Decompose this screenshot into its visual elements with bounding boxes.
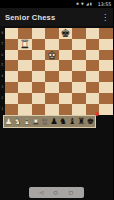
square-h4[interactable] — [99, 71, 113, 82]
square-g8[interactable] — [86, 28, 100, 39]
square-d2[interactable] — [45, 93, 59, 104]
rank-label-7: 7 — [1, 41, 3, 47]
square-h7[interactable] — [99, 39, 113, 50]
black-bishop-icon: ♝ — [68, 117, 76, 126]
notification-dot — [95, 112, 100, 117]
square-f2[interactable] — [72, 93, 86, 104]
square-f1[interactable] — [72, 104, 86, 115]
rank-label-1: 1 — [1, 106, 3, 112]
square-c3[interactable] — [32, 82, 46, 93]
status-time: 13:55 — [98, 2, 111, 7]
square-d3[interactable] — [45, 82, 59, 93]
square-a4[interactable] — [5, 71, 19, 82]
square-b3[interactable] — [18, 82, 32, 93]
tray-slot-black-king[interactable]: ♚ — [86, 117, 95, 126]
white-king[interactable]: ♚ — [47, 50, 57, 60]
square-a6[interactable] — [5, 50, 19, 61]
square-e7[interactable] — [59, 39, 73, 50]
square-h2[interactable] — [99, 93, 113, 104]
square-e6[interactable] — [59, 50, 73, 61]
piece-tray[interactable]: ♟♞♝♜♛♟♞♝♜♚ — [3, 115, 96, 128]
rank-label-3: 3 — [1, 84, 3, 90]
square-f8[interactable] — [72, 28, 86, 39]
square-a3[interactable] — [5, 82, 19, 93]
app-screen: ✱▼◢▮ 13:55 Senior Chess ⋮ 87654321 ♚♜♚ ♟… — [0, 0, 113, 200]
square-f4[interactable] — [72, 71, 86, 82]
tray-slot-black-rook[interactable]: ♜ — [77, 117, 86, 126]
square-g5[interactable] — [86, 60, 100, 71]
square-f3[interactable] — [72, 82, 86, 93]
square-e4[interactable] — [59, 71, 73, 82]
square-b2[interactable] — [18, 93, 32, 104]
tray-slot-white-pawn[interactable]: ♟ — [4, 117, 13, 126]
square-d8[interactable] — [45, 28, 59, 39]
square-g7[interactable] — [86, 39, 100, 50]
square-a5[interactable] — [5, 60, 19, 71]
square-g3[interactable] — [86, 82, 100, 93]
square-e5[interactable] — [59, 60, 73, 71]
white-bishop-icon: ♝ — [23, 117, 31, 126]
rank-label-8: 8 — [1, 30, 3, 36]
white-pawn-icon: ♟ — [5, 117, 13, 126]
tray-slot-white-rook[interactable]: ♜ — [31, 117, 40, 126]
battery-icon: ▮ — [90, 2, 92, 6]
square-d5[interactable] — [45, 60, 59, 71]
square-b4[interactable] — [18, 71, 32, 82]
tray-slot-white-bishop[interactable]: ♝ — [22, 117, 31, 126]
square-g4[interactable] — [86, 71, 100, 82]
square-d1[interactable] — [45, 104, 59, 115]
white-knight-icon: ♞ — [14, 117, 22, 126]
white-rook-icon: ♜ — [32, 117, 40, 126]
square-c6[interactable] — [32, 50, 46, 61]
square-a1[interactable] — [5, 104, 19, 115]
tray-slot-black-knight[interactable]: ♞ — [59, 117, 68, 126]
board[interactable]: ♚♜♚ — [5, 28, 114, 115]
wifi-icon: ▼ — [81, 2, 84, 6]
square-h5[interactable] — [99, 60, 113, 71]
tray-slot-white-knight[interactable]: ♞ — [13, 117, 22, 126]
square-f5[interactable] — [72, 60, 86, 71]
square-c7[interactable] — [32, 39, 46, 50]
square-a7[interactable] — [5, 39, 19, 50]
tray-slot-black-pawn[interactable]: ♟ — [49, 117, 58, 126]
square-b6[interactable] — [18, 50, 32, 61]
black-king-icon: ♚ — [87, 117, 95, 126]
square-b5[interactable] — [18, 60, 32, 71]
square-b7[interactable]: ♜ — [18, 39, 32, 50]
square-d4[interactable] — [45, 71, 59, 82]
square-h6[interactable] — [99, 50, 113, 61]
recents-icon[interactable]: ▢ — [69, 190, 74, 195]
status-bar: ✱▼◢▮ 13:55 — [0, 0, 113, 8]
square-c2[interactable] — [32, 93, 46, 104]
square-d7[interactable] — [45, 39, 59, 50]
rank-label-6: 6 — [1, 52, 3, 58]
square-a2[interactable] — [5, 93, 19, 104]
square-e8[interactable]: ♚ — [59, 28, 73, 39]
black-king[interactable]: ♚ — [61, 28, 71, 38]
square-c4[interactable] — [32, 71, 46, 82]
square-c5[interactable] — [32, 60, 46, 71]
home-icon[interactable]: ○ — [54, 190, 58, 195]
signal-icon: ◢ — [86, 2, 89, 6]
square-b1[interactable] — [18, 104, 32, 115]
square-c1[interactable] — [32, 104, 46, 115]
rank-label-2: 2 — [1, 95, 3, 101]
square-h8[interactable] — [99, 28, 113, 39]
rank-label-4: 4 — [1, 74, 3, 80]
square-f7[interactable] — [72, 39, 86, 50]
alert-icon: ✱ — [76, 2, 79, 6]
square-f6[interactable] — [72, 50, 86, 61]
black-rook-icon: ♜ — [77, 117, 85, 126]
tray-slot-white-queen[interactable]: ♛ — [40, 117, 49, 126]
white-queen-icon: ♛ — [41, 117, 49, 126]
tray-slot-black-bishop[interactable]: ♝ — [68, 117, 77, 126]
square-h1[interactable] — [99, 104, 113, 115]
square-d6[interactable]: ♚ — [45, 50, 59, 61]
square-g2[interactable] — [86, 93, 100, 104]
black-pawn-icon: ♟ — [50, 117, 58, 126]
square-h3[interactable] — [99, 82, 113, 93]
square-e1[interactable] — [59, 104, 73, 115]
overflow-menu-icon[interactable]: ⋮ — [99, 8, 111, 26]
square-e2[interactable] — [59, 93, 73, 104]
square-e3[interactable] — [59, 82, 73, 93]
black-knight-icon: ♞ — [59, 117, 67, 126]
square-g6[interactable] — [86, 50, 100, 61]
square-c8[interactable] — [32, 28, 46, 39]
app-title: Senior Chess — [0, 13, 55, 22]
app-bar: Senior Chess ⋮ — [0, 8, 113, 26]
back-icon[interactable]: ◁ — [39, 190, 43, 195]
white-rook[interactable]: ♜ — [20, 39, 30, 49]
android-nav-bar[interactable]: ◁○▢ — [29, 187, 84, 198]
status-icons: ✱▼◢▮ — [75, 1, 93, 7]
square-a8[interactable] — [5, 28, 19, 39]
rank-label-5: 5 — [1, 63, 3, 69]
square-b8[interactable] — [18, 28, 32, 39]
